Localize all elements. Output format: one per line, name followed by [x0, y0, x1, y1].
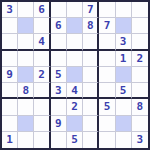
cell-r3c8[interactable]: 3	[116, 34, 132, 50]
cell-r1c8[interactable]	[116, 2, 132, 18]
cell-r2c4[interactable]: 6	[51, 18, 67, 34]
cell-r9c1[interactable]: 1	[2, 132, 18, 148]
cell-r7c4[interactable]	[51, 99, 67, 115]
cell-r7c8[interactable]	[116, 99, 132, 115]
cell-r9c4[interactable]	[51, 132, 67, 148]
cell-r1c4[interactable]	[51, 2, 67, 18]
cell-r1c6[interactable]: 7	[83, 2, 99, 18]
cell-r8c3[interactable]	[34, 116, 50, 132]
cell-r4c5[interactable]	[67, 51, 83, 67]
cell-r6c9[interactable]	[132, 83, 148, 99]
cell-r6c2[interactable]: 8	[18, 83, 34, 99]
cell-r8c4[interactable]: 9	[51, 116, 67, 132]
cell-r8c5[interactable]	[67, 116, 83, 132]
cell-r8c7[interactable]	[99, 116, 115, 132]
cell-r1c7[interactable]	[99, 2, 115, 18]
cell-r5c2[interactable]	[18, 67, 34, 83]
cell-r7c5[interactable]: 2	[67, 99, 83, 115]
cell-r9c8[interactable]	[116, 132, 132, 148]
cell-r4c8[interactable]: 1	[116, 51, 132, 67]
cell-r1c9[interactable]	[132, 2, 148, 18]
cell-r3c6[interactable]	[83, 34, 99, 50]
cell-r5c3[interactable]: 2	[34, 67, 50, 83]
cell-r7c3[interactable]	[34, 99, 50, 115]
cell-r7c7[interactable]: 5	[99, 99, 115, 115]
cell-r3c4[interactable]	[51, 34, 67, 50]
cell-r3c9[interactable]	[132, 34, 148, 50]
cell-r7c1[interactable]	[2, 99, 18, 115]
cell-r3c1[interactable]	[2, 34, 18, 50]
cell-r1c2[interactable]	[18, 2, 34, 18]
cell-r3c3[interactable]: 4	[34, 34, 50, 50]
cell-r9c6[interactable]	[83, 132, 99, 148]
cell-r8c8[interactable]	[116, 116, 132, 132]
cell-r2c8[interactable]	[116, 18, 132, 34]
cell-r3c7[interactable]	[99, 34, 115, 50]
cell-r6c1[interactable]	[2, 83, 18, 99]
cell-r4c3[interactable]	[34, 51, 50, 67]
cell-r1c3[interactable]: 6	[34, 2, 50, 18]
cell-r2c3[interactable]	[34, 18, 50, 34]
cell-r4c2[interactable]	[18, 51, 34, 67]
cell-r6c8[interactable]: 5	[116, 83, 132, 99]
cell-r9c7[interactable]	[99, 132, 115, 148]
cell-r9c5[interactable]: 5	[67, 132, 83, 148]
cell-r5c9[interactable]	[132, 67, 148, 83]
cell-r8c9[interactable]	[132, 116, 148, 132]
cell-r5c6[interactable]	[83, 67, 99, 83]
cell-r5c5[interactable]	[67, 67, 83, 83]
cell-r3c5[interactable]	[67, 34, 83, 50]
cell-r7c2[interactable]	[18, 99, 34, 115]
cell-r9c9[interactable]: 3	[132, 132, 148, 148]
cell-r9c3[interactable]	[34, 132, 50, 148]
cell-r2c2[interactable]	[18, 18, 34, 34]
cell-r5c1[interactable]: 9	[2, 67, 18, 83]
cell-r1c5[interactable]	[67, 2, 83, 18]
cell-r6c3[interactable]	[34, 83, 50, 99]
cell-r4c9[interactable]: 2	[132, 51, 148, 67]
cell-r7c6[interactable]	[83, 99, 99, 115]
cell-r5c8[interactable]	[116, 67, 132, 83]
cell-r3c2[interactable]	[18, 34, 34, 50]
cell-r7c9[interactable]: 8	[132, 99, 148, 115]
cell-r4c6[interactable]	[83, 51, 99, 67]
cell-r6c7[interactable]	[99, 83, 115, 99]
cell-r4c1[interactable]	[2, 51, 18, 67]
cell-r5c7[interactable]	[99, 67, 115, 83]
cell-r8c1[interactable]	[2, 116, 18, 132]
cell-r6c5[interactable]: 4	[67, 83, 83, 99]
sudoku-board: 367687431292583452589153	[0, 0, 150, 150]
cell-r2c7[interactable]: 7	[99, 18, 115, 34]
cell-r2c9[interactable]	[132, 18, 148, 34]
cell-r2c5[interactable]	[67, 18, 83, 34]
cell-r6c4[interactable]: 3	[51, 83, 67, 99]
cell-r5c4[interactable]: 5	[51, 67, 67, 83]
cell-r6c6[interactable]	[83, 83, 99, 99]
cell-r8c2[interactable]	[18, 116, 34, 132]
sudoku-puzzle: 367687431292583452589153	[0, 0, 150, 150]
cell-r4c7[interactable]	[99, 51, 115, 67]
cell-r2c1[interactable]	[2, 18, 18, 34]
cell-r8c6[interactable]	[83, 116, 99, 132]
cell-r1c1[interactable]: 3	[2, 2, 18, 18]
cell-r4c4[interactable]	[51, 51, 67, 67]
cell-r9c2[interactable]	[18, 132, 34, 148]
cell-r2c6[interactable]: 8	[83, 18, 99, 34]
